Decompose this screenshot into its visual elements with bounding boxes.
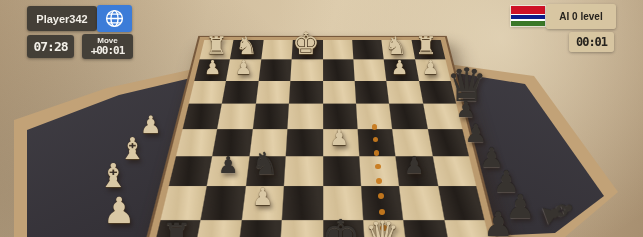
square[interactable] — [392, 129, 432, 156]
square[interactable] — [286, 129, 323, 156]
square[interactable] — [253, 104, 289, 129]
square[interactable] — [323, 40, 354, 59]
square[interactable] — [438, 186, 485, 219]
square[interactable] — [194, 220, 241, 237]
move-increment-box: Move +00:01 — [82, 34, 133, 59]
square[interactable] — [323, 104, 358, 129]
player-clock-value: 07:28 — [33, 39, 67, 54]
square[interactable] — [230, 40, 263, 59]
square[interactable] — [152, 220, 201, 237]
square[interactable] — [411, 40, 445, 59]
globe-icon — [104, 8, 125, 29]
square[interactable] — [323, 156, 361, 186]
square[interactable] — [222, 81, 258, 104]
square[interactable] — [261, 40, 293, 59]
square[interactable] — [189, 81, 227, 104]
square[interactable] — [361, 186, 403, 219]
square[interactable] — [194, 60, 230, 81]
square[interactable] — [258, 60, 291, 81]
square[interactable] — [387, 81, 423, 104]
ai-level-box: AI 0 level — [546, 4, 616, 29]
square[interactable] — [280, 220, 323, 237]
square[interactable] — [396, 156, 438, 186]
square[interactable] — [323, 129, 360, 156]
square[interactable] — [323, 60, 355, 81]
square[interactable] — [323, 186, 363, 219]
square[interactable] — [199, 40, 233, 59]
square[interactable] — [290, 60, 322, 81]
ai-clock: 00:01 — [569, 32, 614, 52]
flag-stripe-red — [511, 6, 545, 14]
square[interactable] — [256, 81, 291, 104]
square[interactable] — [432, 156, 476, 186]
square[interactable] — [359, 156, 399, 186]
square[interactable] — [284, 156, 322, 186]
square[interactable] — [282, 186, 322, 219]
square[interactable] — [213, 129, 253, 156]
square[interactable] — [323, 220, 366, 237]
square[interactable] — [288, 104, 323, 129]
square[interactable] — [226, 60, 261, 81]
player-name: Player342 — [36, 13, 87, 25]
square[interactable] — [399, 186, 444, 219]
square[interactable] — [292, 40, 323, 59]
square[interactable] — [169, 156, 213, 186]
square[interactable] — [218, 104, 256, 129]
square[interactable] — [357, 129, 395, 156]
square[interactable] — [427, 129, 469, 156]
ai-level-label: AI 0 level — [559, 11, 602, 22]
ai-clock-value: 00:01 — [576, 35, 607, 49]
gambia-flag-icon — [511, 6, 545, 26]
square[interactable] — [389, 104, 427, 129]
square[interactable] — [363, 220, 408, 237]
square[interactable] — [249, 129, 287, 156]
move-increment-value: +00:01 — [91, 45, 125, 56]
square[interactable] — [183, 104, 223, 129]
square[interactable] — [384, 60, 419, 81]
square[interactable] — [353, 60, 386, 81]
square[interactable] — [289, 81, 322, 104]
square[interactable] — [415, 60, 451, 81]
player-name-box: Player342 — [27, 6, 97, 31]
game-scene: ♜♞♚♞♜♟♟♟♟♟♟♞♟♟♛♚♜ ♟♝♝♟♛♟♟♟♟♟♟♝ Player342… — [0, 0, 643, 237]
square[interactable] — [323, 81, 356, 104]
square[interactable] — [444, 220, 493, 237]
square[interactable] — [237, 220, 282, 237]
square[interactable] — [176, 129, 218, 156]
square[interactable] — [352, 40, 384, 59]
square[interactable] — [242, 186, 284, 219]
square[interactable] — [161, 186, 208, 219]
square[interactable] — [246, 156, 286, 186]
globe-button[interactable] — [97, 5, 132, 32]
player-clock: 07:28 — [27, 35, 74, 58]
square[interactable] — [382, 40, 415, 59]
square[interactable] — [201, 186, 246, 219]
chess-board[interactable] — [143, 37, 503, 237]
square[interactable] — [423, 104, 463, 129]
square[interactable] — [207, 156, 249, 186]
square[interactable] — [419, 81, 457, 104]
flag-stripe-green — [511, 21, 545, 27]
square[interactable] — [355, 81, 390, 104]
square[interactable] — [356, 104, 392, 129]
